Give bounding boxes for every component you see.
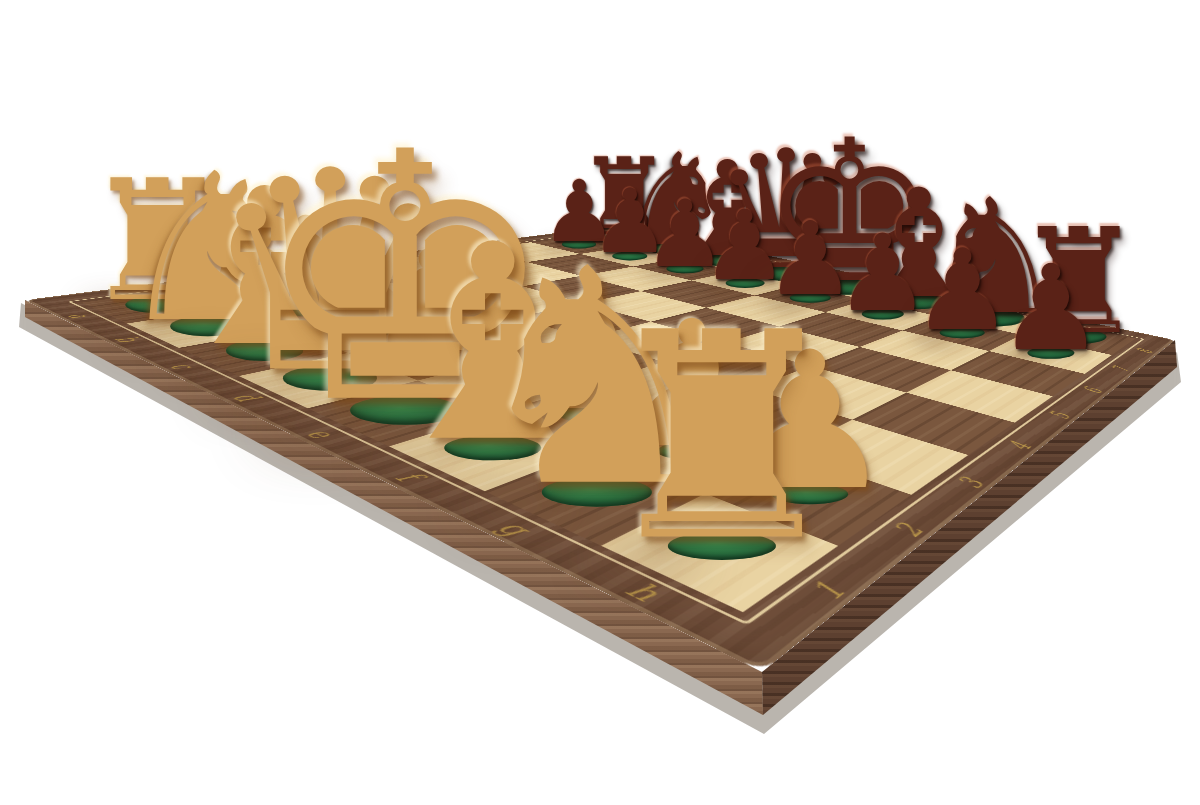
pieces-layer: ♜♞♝♛♚♝♞♜♟♟♟♟♟♟♟♟♟♟♟♟♟♟♟♟♜♞♝♛♚♝♞♜ — [0, 0, 1200, 805]
chess-set-photo: abcdefgh 12345678 ♜♞♝♛♚♝♞♜♟♟♟♟♟♟♟♟♟♟♟♟♟♟… — [0, 0, 1200, 805]
pawn-glyph: ♟ — [998, 249, 1104, 367]
rook-glyph: ♜ — [594, 295, 849, 580]
